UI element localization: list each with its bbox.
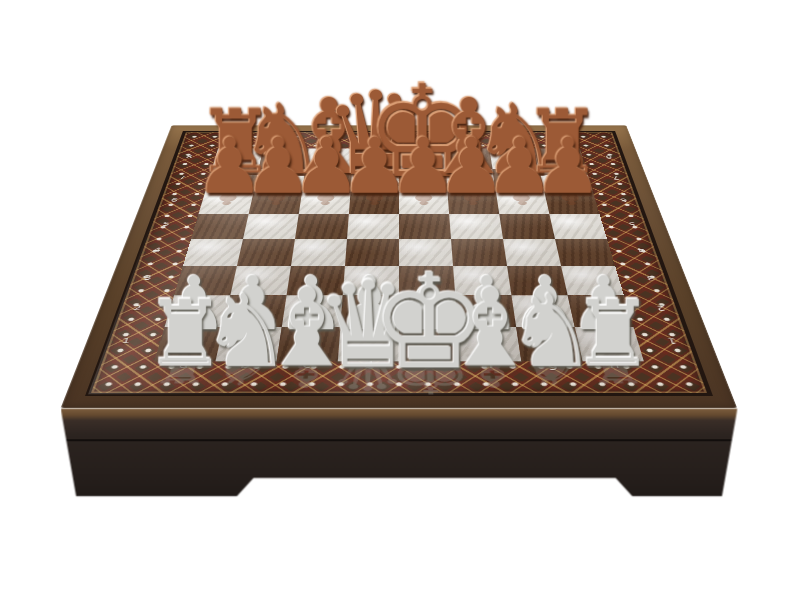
square-e5	[399, 214, 451, 239]
square-a5	[191, 214, 249, 239]
square-g5	[499, 214, 555, 239]
box-front-panel	[61, 408, 738, 496]
square-d6	[349, 191, 399, 214]
square-f6	[447, 191, 499, 214]
square-h1: ♜	[575, 327, 644, 361]
square-c5	[295, 214, 349, 239]
square-d5	[347, 214, 399, 239]
square-c6	[299, 191, 351, 214]
scene-perspective: ♜♞♝♛♚♝♞♜♟♟♟♟♟♟♟♟♟♟♟♟♟♟♟♟♜♞♝♛♚♝♞♜ ♜♞♝♛♚♝♞…	[127, 0, 671, 511]
square-h7: ♟	[539, 169, 592, 191]
square-h6	[544, 191, 599, 214]
square-f5	[449, 214, 503, 239]
square-h5	[549, 214, 607, 239]
chess-box-lid: ♜♞♝♛♚♝♞♜♟♟♟♟♟♟♟♟♟♟♟♟♟♟♟♟♜♞♝♛♚♝♞♜ ♜♞♝♛♚♝♞…	[61, 125, 738, 408]
product-photo-background: ♜♞♝♛♚♝♞♜♟♟♟♟♟♟♟♟♟♟♟♟♟♟♟♟♜♞♝♛♚♝♞♜ ♜♞♝♛♚♝♞…	[0, 0, 794, 596]
square-a6	[199, 191, 254, 214]
square-b6	[249, 191, 303, 214]
chess-board: ♜♞♝♛♚♝♞♜♟♟♟♟♟♟♟♟♟♟♟♟♟♟♟♟♜♞♝♛♚♝♞♜	[154, 149, 643, 362]
square-g6	[496, 191, 550, 214]
square-b5	[243, 214, 299, 239]
square-e6	[399, 191, 449, 214]
